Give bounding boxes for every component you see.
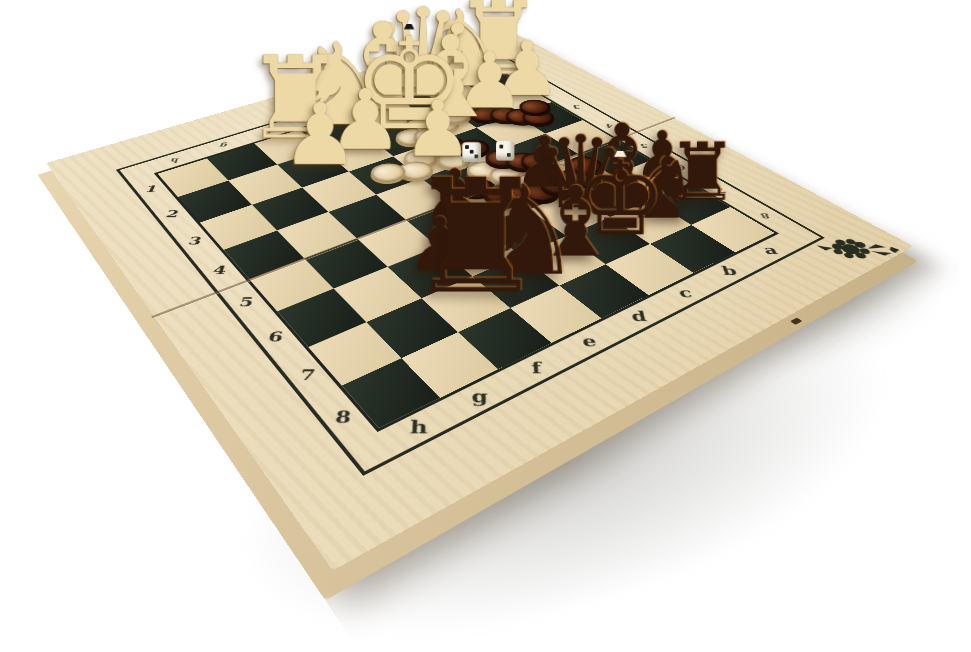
far-file-label-d: d (352, 102, 360, 108)
far-file-label-a: a (468, 67, 474, 72)
product-photo-canvas: { "game": "chess", "scene": { "descripti… (0, 0, 971, 652)
latch (790, 317, 803, 325)
far-file-label-b: b (431, 78, 438, 83)
far-file-label-e: e (310, 115, 318, 121)
chess-board: ♜♞♝♛♞♜♟♟♚▲♝♟♟♟♟♟♟♛♝♟♜♞♝♚▲♞♜ 12345678hgfe… (46, 29, 913, 570)
floral-stencil-decoration (797, 237, 913, 266)
white-pawn[interactable]: ♟ (282, 94, 358, 175)
far-file-label-c: c (393, 90, 400, 95)
dark-rook[interactable]: ♜ (406, 163, 548, 313)
far-rank-label-1: 1 (514, 70, 521, 75)
king-finial: ▲ (404, 17, 415, 31)
king-finial: ▲ (614, 142, 626, 158)
far-rank-label-2: 2 (542, 87, 550, 92)
